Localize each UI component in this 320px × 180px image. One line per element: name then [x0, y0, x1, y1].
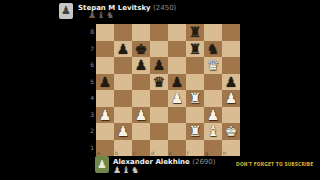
top-captured-tray: ♟♝♞ — [88, 11, 114, 20]
rank-label-7: 7 — [86, 41, 94, 58]
square-e6[interactable] — [168, 57, 186, 74]
file-label-b: b — [115, 151, 118, 156]
rank-label-6: 6 — [86, 57, 94, 74]
square-d1[interactable]: d — [150, 140, 168, 157]
square-d4[interactable] — [150, 90, 168, 107]
black-piece: ♜ — [186, 24, 204, 41]
square-g1[interactable]: g — [204, 140, 222, 157]
bottom-player-rating: (2690) — [192, 158, 215, 166]
square-a3[interactable]: ♟ — [96, 107, 114, 124]
file-label-e: e — [169, 151, 172, 156]
square-b3[interactable] — [114, 107, 132, 124]
white-piece: ♟ — [96, 107, 114, 124]
black-piece: ♞ — [204, 41, 222, 58]
square-b7[interactable]: ♟ — [114, 41, 132, 58]
black-piece: ♟ — [114, 41, 132, 58]
subscribe-watermark: DON'T FORGET TO SUBSCRIBE — [236, 162, 313, 167]
white-piece: ♟ — [204, 107, 222, 124]
rank-label-3: 3 — [86, 107, 94, 124]
square-g6[interactable]: ♛ — [204, 57, 222, 74]
square-f2[interactable]: ♜ — [186, 123, 204, 140]
captured-piece-icon: ♞ — [131, 166, 139, 175]
square-c4[interactable] — [132, 90, 150, 107]
square-f8[interactable]: ♜ — [186, 24, 204, 41]
white-piece: ♜ — [186, 90, 204, 107]
captured-piece-icon: ♞ — [106, 11, 114, 20]
captured-piece-icon: ♝ — [97, 11, 105, 20]
square-c3[interactable]: ♟ — [132, 107, 150, 124]
square-f7[interactable]: ♜ — [186, 41, 204, 58]
square-e5[interactable]: ♟ — [168, 74, 186, 91]
square-h4[interactable]: ♟ — [222, 90, 240, 107]
square-a1[interactable]: a — [96, 140, 114, 157]
top-player-rating: (2450) — [153, 4, 176, 12]
top-player-avatar: ♟ — [59, 3, 73, 19]
captured-piece-icon: ♟ — [113, 166, 121, 175]
square-h6[interactable] — [222, 57, 240, 74]
square-a2[interactable] — [96, 123, 114, 140]
square-a5[interactable]: ♟ — [96, 74, 114, 91]
file-label-d: d — [151, 151, 154, 156]
square-a6[interactable] — [96, 57, 114, 74]
square-b2[interactable]: ♟ — [114, 123, 132, 140]
square-e8[interactable] — [168, 24, 186, 41]
square-g3[interactable]: ♟ — [204, 107, 222, 124]
square-c7[interactable]: ♚ — [132, 41, 150, 58]
square-b4[interactable] — [114, 90, 132, 107]
pawn-avatar-icon: ♟ — [61, 3, 71, 19]
rank-label-4: 4 — [86, 90, 94, 107]
black-piece: ♟ — [222, 74, 240, 91]
rank-label-1: 1 — [86, 140, 94, 157]
square-a7[interactable] — [96, 41, 114, 58]
square-e2[interactable] — [168, 123, 186, 140]
video-frame: ♟ Stepan M Levitsky (2450) ♟♝♞ 87654321 … — [0, 0, 320, 180]
black-piece: ♚ — [132, 41, 150, 58]
square-b5[interactable] — [114, 74, 132, 91]
square-h7[interactable] — [222, 41, 240, 58]
square-g8[interactable] — [204, 24, 222, 41]
rank-label-2: 2 — [86, 123, 94, 140]
square-f4[interactable]: ♜ — [186, 90, 204, 107]
bottom-captured-tray: ♟♝♞ — [113, 166, 139, 175]
white-piece: ♚ — [222, 123, 240, 140]
white-piece: ♝ — [204, 123, 222, 140]
square-a4[interactable] — [96, 90, 114, 107]
square-d5[interactable]: ♛ — [150, 74, 168, 91]
file-label-g: g — [205, 151, 208, 156]
chess-board[interactable]: ♜♟♚♜♞♟♟♛♟♛♟♟♟♜♟♟♟♟♟♜♝♚abcdefgh — [96, 24, 240, 156]
rank-label-5: 5 — [86, 74, 94, 91]
square-c1[interactable]: c — [132, 140, 150, 157]
file-label-c: c — [133, 151, 136, 156]
square-c2[interactable] — [132, 123, 150, 140]
square-b8[interactable] — [114, 24, 132, 41]
rank-label-8: 8 — [86, 24, 94, 41]
square-h1[interactable]: h — [222, 140, 240, 157]
black-piece: ♟ — [150, 57, 168, 74]
white-piece: ♟ — [114, 123, 132, 140]
square-d8[interactable] — [150, 24, 168, 41]
black-piece: ♟ — [96, 74, 114, 91]
pawn-avatar-icon: ♟ — [97, 156, 107, 173]
square-h8[interactable] — [222, 24, 240, 41]
square-d3[interactable] — [150, 107, 168, 124]
captured-piece-icon: ♝ — [122, 166, 130, 175]
file-label-h: h — [223, 151, 226, 156]
square-c5[interactable] — [132, 74, 150, 91]
black-piece: ♜ — [186, 41, 204, 58]
square-g4[interactable] — [204, 90, 222, 107]
square-f5[interactable] — [186, 74, 204, 91]
white-piece: ♛ — [204, 57, 222, 74]
square-d6[interactable]: ♟ — [150, 57, 168, 74]
black-piece: ♛ — [150, 74, 168, 91]
square-h5[interactable]: ♟ — [222, 74, 240, 91]
white-piece: ♜ — [186, 123, 204, 140]
square-b6[interactable] — [114, 57, 132, 74]
square-g2[interactable]: ♝ — [204, 123, 222, 140]
square-f3[interactable] — [186, 107, 204, 124]
white-piece: ♟ — [168, 90, 186, 107]
square-g5[interactable] — [204, 74, 222, 91]
square-c8[interactable] — [132, 24, 150, 41]
black-piece: ♟ — [132, 57, 150, 74]
square-e1[interactable]: e — [168, 140, 186, 157]
square-c6[interactable]: ♟ — [132, 57, 150, 74]
captured-piece-icon: ♟ — [88, 11, 96, 20]
black-piece: ♟ — [168, 74, 186, 91]
file-label-f: f — [187, 151, 189, 156]
square-d2[interactable] — [150, 123, 168, 140]
white-piece: ♟ — [132, 107, 150, 124]
bottom-player-avatar: ♟ — [95, 156, 109, 173]
square-f6[interactable] — [186, 57, 204, 74]
square-a8[interactable] — [96, 24, 114, 41]
white-piece: ♟ — [222, 90, 240, 107]
square-e4[interactable]: ♟ — [168, 90, 186, 107]
square-b1[interactable]: b — [114, 140, 132, 157]
square-d7[interactable] — [150, 41, 168, 58]
square-h2[interactable]: ♚ — [222, 123, 240, 140]
square-g7[interactable]: ♞ — [204, 41, 222, 58]
square-f1[interactable]: f — [186, 140, 204, 157]
square-e7[interactable] — [168, 41, 186, 58]
square-e3[interactable] — [168, 107, 186, 124]
rank-labels: 87654321 — [86, 24, 95, 156]
square-h3[interactable] — [222, 107, 240, 124]
